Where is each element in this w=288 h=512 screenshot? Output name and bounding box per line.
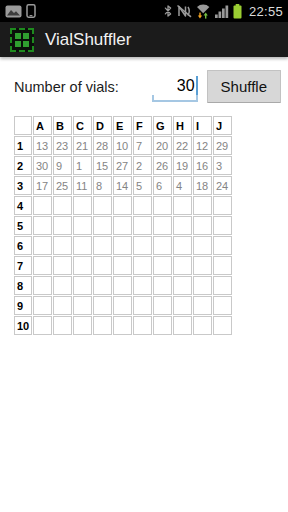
column-header-E: E bbox=[113, 116, 132, 135]
grid-cell-H9 bbox=[173, 296, 192, 315]
grid-cell-A6 bbox=[33, 236, 52, 255]
column-header-A: A bbox=[33, 116, 52, 135]
column-header-B: B bbox=[53, 116, 72, 135]
row-header-10: 10 bbox=[14, 316, 32, 335]
grid-cell-J8 bbox=[213, 276, 232, 295]
grid-cell-D1: 28 bbox=[93, 136, 112, 155]
row-header-9: 9 bbox=[14, 296, 32, 315]
grid-cell-H7 bbox=[173, 256, 192, 275]
grid-cell-I9 bbox=[193, 296, 212, 315]
grid-cell-E8 bbox=[113, 276, 132, 295]
grid-cell-D9 bbox=[93, 296, 112, 315]
grid-cell-C2: 1 bbox=[73, 156, 92, 175]
grid-cell-D4 bbox=[93, 196, 112, 215]
grid-cell-A3: 17 bbox=[33, 176, 52, 195]
grid-cell-J2: 3 bbox=[213, 156, 232, 175]
grid-cell-E7 bbox=[113, 256, 132, 275]
grid-cell-G7 bbox=[153, 256, 172, 275]
status-bar-clock: 22:55 bbox=[249, 4, 283, 19]
row-header-8: 8 bbox=[14, 276, 32, 295]
grid-cell-F4 bbox=[133, 196, 152, 215]
grid-cell-D2: 15 bbox=[93, 156, 112, 175]
grid-cell-F5 bbox=[133, 216, 152, 235]
grid-cell-C5 bbox=[73, 216, 92, 235]
grid-cell-G5 bbox=[153, 216, 172, 235]
grid-cell-G8 bbox=[153, 276, 172, 295]
nfc-off-icon bbox=[177, 4, 192, 18]
grid-cell-I8 bbox=[193, 276, 212, 295]
grid-cell-D5 bbox=[93, 216, 112, 235]
shuffle-button[interactable]: Shuffle bbox=[207, 70, 281, 103]
column-header-D: D bbox=[93, 116, 112, 135]
grid-cell-J7 bbox=[213, 256, 232, 275]
action-bar: VialShuffler bbox=[0, 22, 288, 57]
grid-cell-E6 bbox=[113, 236, 132, 255]
grid-cell-C8 bbox=[73, 276, 92, 295]
grid-cell-H10 bbox=[173, 316, 192, 335]
content: Number of vials: 30 Shuffle ABCDEFGHIJ11… bbox=[0, 57, 288, 512]
grid-cell-A7 bbox=[33, 256, 52, 275]
grid-cell-B7 bbox=[53, 256, 72, 275]
grid-cell-B9 bbox=[53, 296, 72, 315]
grid-cell-A5 bbox=[33, 216, 52, 235]
wifi-traffic-icon bbox=[196, 3, 211, 19]
grid-cell-H5 bbox=[173, 216, 192, 235]
grid-cell-E3: 14 bbox=[113, 176, 132, 195]
grid-cell-E9 bbox=[113, 296, 132, 315]
grid-cell-E4 bbox=[113, 196, 132, 215]
grid-cell-I10 bbox=[193, 316, 212, 335]
grid-cell-D10 bbox=[93, 316, 112, 335]
grid-cell-B10 bbox=[53, 316, 72, 335]
grid-cell-B2: 9 bbox=[53, 156, 72, 175]
grid-cell-I6 bbox=[193, 236, 212, 255]
vials-count-value: 30 bbox=[177, 77, 195, 95]
grid-cell-F8 bbox=[133, 276, 152, 295]
grid-cell-C9 bbox=[73, 296, 92, 315]
row-header-1: 1 bbox=[14, 136, 32, 155]
grid-cell-A8 bbox=[33, 276, 52, 295]
grid-cell-H8 bbox=[173, 276, 192, 295]
grid-cell-C1: 21 bbox=[73, 136, 92, 155]
row-header-4: 4 bbox=[14, 196, 32, 215]
column-header-J: J bbox=[213, 116, 232, 135]
grid-cell-H2: 19 bbox=[173, 156, 192, 175]
row-header-5: 5 bbox=[14, 216, 32, 235]
grid-cell-J3: 24 bbox=[213, 176, 232, 195]
grid-cell-J1: 29 bbox=[213, 136, 232, 155]
grid-cell-I3: 18 bbox=[193, 176, 212, 195]
grid-cell-B6 bbox=[53, 236, 72, 255]
grid-cell-A10 bbox=[33, 316, 52, 335]
grid-cell-E2: 27 bbox=[113, 156, 132, 175]
grid-cell-I7 bbox=[193, 256, 212, 275]
grid-cell-G2: 26 bbox=[153, 156, 172, 175]
grid-cell-A2: 30 bbox=[33, 156, 52, 175]
grid-cell-F3: 5 bbox=[133, 176, 152, 195]
grid-cell-D8 bbox=[93, 276, 112, 295]
grid-cell-I5 bbox=[193, 216, 212, 235]
grid-cell-E1: 10 bbox=[113, 136, 132, 155]
grid-cell-J6 bbox=[213, 236, 232, 255]
grid-cell-F10 bbox=[133, 316, 152, 335]
text-cursor bbox=[196, 76, 198, 95]
grid-cell-C7 bbox=[73, 256, 92, 275]
grid-cell-E10 bbox=[113, 316, 132, 335]
vialshuffler-app-icon bbox=[10, 28, 34, 52]
grid-cell-H3: 4 bbox=[173, 176, 192, 195]
grid-cell-F6 bbox=[133, 236, 152, 255]
row-header-2: 2 bbox=[14, 156, 32, 175]
grid-cell-C3: 11 bbox=[73, 176, 92, 195]
signal-strength-icon bbox=[215, 5, 229, 18]
grid-cell-I2: 16 bbox=[193, 156, 212, 175]
grid-cell-H1: 22 bbox=[173, 136, 192, 155]
grid-cell-C4 bbox=[73, 196, 92, 215]
row-header-7: 7 bbox=[14, 256, 32, 275]
grid-corner-cell bbox=[14, 116, 32, 135]
grid-cell-C10 bbox=[73, 316, 92, 335]
row-header-6: 6 bbox=[14, 236, 32, 255]
grid-cell-G4 bbox=[153, 196, 172, 215]
grid-cell-F2: 2 bbox=[133, 156, 152, 175]
app-title: VialShuffler bbox=[45, 30, 131, 50]
grid-cell-H6 bbox=[173, 236, 192, 255]
column-header-C: C bbox=[73, 116, 92, 135]
status-bar: 22:55 bbox=[0, 0, 288, 22]
vial-grid: ABCDEFGHIJ113232128107202212292309115272… bbox=[14, 116, 232, 335]
screen: 22:55 VialShuffler Number of vials: 30 S… bbox=[0, 0, 288, 512]
grid-cell-G9 bbox=[153, 296, 172, 315]
grid-cell-J9 bbox=[213, 296, 232, 315]
battery-icon bbox=[233, 4, 242, 19]
row-header-3: 3 bbox=[14, 176, 32, 195]
bluetooth-icon bbox=[163, 4, 173, 18]
vials-count-input[interactable]: 30 bbox=[152, 72, 198, 102]
grid-cell-D7 bbox=[93, 256, 112, 275]
column-header-G: G bbox=[153, 116, 172, 135]
grid-cell-A1: 13 bbox=[33, 136, 52, 155]
screenshot-image-icon bbox=[5, 5, 22, 18]
grid-cell-I1: 12 bbox=[193, 136, 212, 155]
grid-cell-B1: 23 bbox=[53, 136, 72, 155]
grid-cell-J10 bbox=[213, 316, 232, 335]
column-header-H: H bbox=[173, 116, 192, 135]
grid-cell-B3: 25 bbox=[53, 176, 72, 195]
number-of-vials-label: Number of vials: bbox=[14, 79, 119, 95]
grid-cell-J4 bbox=[213, 196, 232, 215]
grid-cell-A4 bbox=[33, 196, 52, 215]
device-icon bbox=[26, 4, 36, 18]
grid-cell-F9 bbox=[133, 296, 152, 315]
grid-cell-A9 bbox=[33, 296, 52, 315]
grid-cell-G6 bbox=[153, 236, 172, 255]
grid-cell-G10 bbox=[153, 316, 172, 335]
grid-cell-I4 bbox=[193, 196, 212, 215]
grid-cell-H4 bbox=[173, 196, 192, 215]
grid-cell-D3: 8 bbox=[93, 176, 112, 195]
grid-cell-E5 bbox=[113, 216, 132, 235]
grid-cell-B8 bbox=[53, 276, 72, 295]
grid-cell-C6 bbox=[73, 236, 92, 255]
grid-cell-F1: 7 bbox=[133, 136, 152, 155]
grid-cell-B5 bbox=[53, 216, 72, 235]
grid-cell-F7 bbox=[133, 256, 152, 275]
column-header-I: I bbox=[193, 116, 212, 135]
column-header-F: F bbox=[133, 116, 152, 135]
grid-cell-G1: 20 bbox=[153, 136, 172, 155]
controls-row: Number of vials: 30 Shuffle bbox=[14, 70, 282, 103]
grid-cell-J5 bbox=[213, 216, 232, 235]
grid-cell-D6 bbox=[93, 236, 112, 255]
grid-cell-B4 bbox=[53, 196, 72, 215]
grid-cell-G3: 6 bbox=[153, 176, 172, 195]
